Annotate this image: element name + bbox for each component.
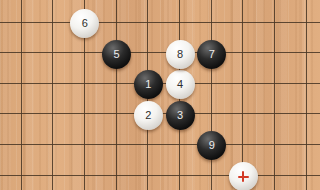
stone-white-2: 2: [134, 101, 163, 130]
grid-hline-0: [0, 22, 320, 23]
go-board[interactable]: 123456789: [0, 0, 320, 190]
stone-white-4: 4: [166, 70, 195, 99]
stone-black-1: 1: [134, 70, 163, 99]
grid-vline-3: [116, 0, 117, 190]
move-number-label: 1: [145, 79, 151, 90]
stone-white-cross-marked: [229, 162, 258, 190]
move-number-label: 7: [209, 49, 215, 60]
move-number-label: 6: [82, 18, 88, 29]
grid-vline-6: [211, 0, 212, 190]
stone-black-9: 9: [197, 131, 226, 160]
grid-hline-4: [0, 144, 320, 145]
stone-white-8: 8: [166, 40, 195, 69]
move-number-label: 9: [209, 140, 215, 151]
grid-vline-0: [21, 0, 22, 190]
stone-black-5: 5: [102, 40, 131, 69]
move-number-label: 2: [145, 110, 151, 121]
move-number-label: 8: [177, 49, 183, 60]
stone-black-7: 7: [197, 40, 226, 69]
stone-black-3: 3: [166, 101, 195, 130]
grid-vline-1: [52, 0, 53, 190]
grid-hline-5: [0, 175, 320, 176]
last-move-cross-marker-icon: [238, 171, 249, 182]
grid-vline-9: [306, 0, 307, 190]
move-number-label: 5: [114, 49, 120, 60]
grid-hline-1: [0, 52, 320, 53]
move-number-label: 3: [177, 110, 183, 121]
grid-vline-8: [274, 0, 275, 190]
stone-white-6: 6: [70, 9, 99, 38]
move-number-label: 4: [177, 79, 183, 90]
